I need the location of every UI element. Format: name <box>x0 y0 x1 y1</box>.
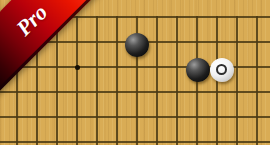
white-stone <box>210 58 234 82</box>
black-stone <box>125 33 149 57</box>
last-move-marker-icon <box>216 64 227 75</box>
grid-line-vertical <box>156 16 158 145</box>
black-stone <box>186 58 210 82</box>
grid-line-vertical <box>116 16 118 145</box>
pro-ribbon-band: Pro <box>0 0 105 94</box>
go-board[interactable]: Pro <box>0 0 270 145</box>
grid-line-horizontal <box>0 116 270 118</box>
grid-line-vertical <box>176 16 178 145</box>
grid-line-vertical <box>256 16 258 145</box>
pro-ribbon: Pro <box>0 0 105 105</box>
pro-ribbon-label: Pro <box>9 0 62 39</box>
grid-line-horizontal <box>0 141 270 143</box>
grid-line-vertical <box>236 16 238 145</box>
